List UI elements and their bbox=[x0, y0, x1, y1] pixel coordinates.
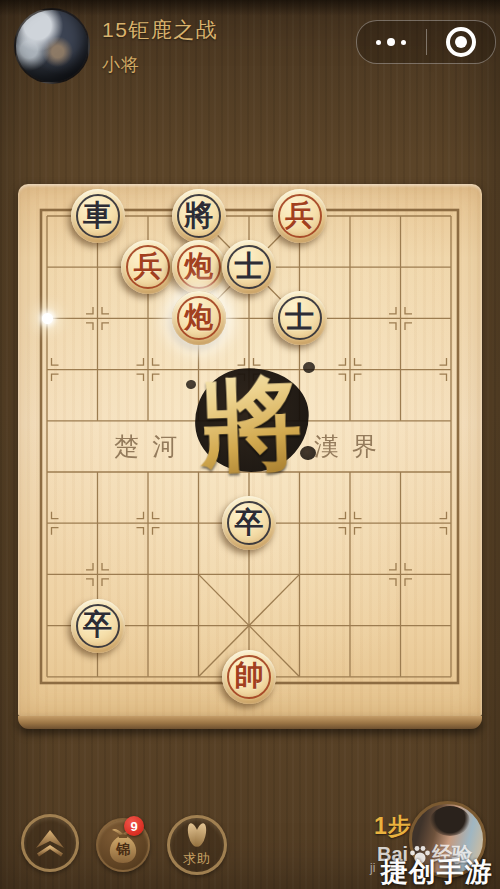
wechat-capsule bbox=[356, 20, 496, 64]
expand-menu-button[interactable] bbox=[21, 814, 79, 872]
target-icon bbox=[446, 27, 476, 57]
level-title: 15钜鹿之战 bbox=[102, 16, 218, 44]
close-miniprogram-button[interactable] bbox=[427, 21, 496, 63]
piece-character: 卒 bbox=[235, 508, 264, 537]
red-cannon[interactable]: 炮 bbox=[172, 291, 226, 345]
black-general[interactable]: 將 bbox=[172, 189, 226, 243]
xiangqi-board[interactable]: 楚河 漢界 將 車將兵兵炮士炮士卒卒帥 bbox=[18, 184, 482, 716]
ask-help-button[interactable]: 求助 bbox=[167, 815, 227, 875]
black-soldier[interactable]: 卒 bbox=[222, 496, 276, 550]
center-logo-general: 將 bbox=[168, 345, 333, 500]
black-advisor[interactable]: 士 bbox=[273, 291, 327, 345]
app-screen: 15钜鹿之战 小将 楚河 漢界 將 車將兵兵炮士炮士卒卒帥 bbox=[0, 0, 500, 889]
help-label: 求助 bbox=[183, 850, 211, 868]
piece-character: 士 bbox=[235, 252, 264, 281]
red-soldier[interactable]: 兵 bbox=[121, 240, 175, 294]
black-chariot[interactable]: 車 bbox=[71, 189, 125, 243]
piece-character: 卒 bbox=[83, 610, 112, 639]
black-soldier[interactable]: 卒 bbox=[71, 599, 125, 653]
level-rank: 小将 bbox=[102, 53, 218, 77]
piece-character: 士 bbox=[285, 303, 314, 332]
menu-dots-icon bbox=[376, 38, 406, 46]
last-move-origin-marker bbox=[42, 313, 53, 324]
board-bevel-edge bbox=[18, 716, 482, 729]
piece-character: 炮 bbox=[184, 303, 213, 332]
chevron-up-icon bbox=[34, 829, 66, 857]
red-cannon[interactable]: 炮 bbox=[172, 240, 226, 294]
black-advisor[interactable]: 士 bbox=[222, 240, 276, 294]
menu-button[interactable] bbox=[357, 21, 426, 63]
player-avatar bbox=[14, 8, 90, 84]
baidu-url-watermark: ji bbox=[370, 861, 375, 875]
svg-text:锦: 锦 bbox=[115, 841, 130, 857]
red-general[interactable]: 帥 bbox=[222, 650, 276, 704]
move-counter: 1步 bbox=[374, 811, 412, 842]
site-watermark: 捷创手游网 bbox=[381, 854, 500, 889]
piece-character: 兵 bbox=[134, 252, 163, 281]
piece-character: 將 bbox=[184, 201, 213, 230]
piece-character: 兵 bbox=[285, 201, 314, 230]
piece-character: 炮 bbox=[184, 252, 213, 281]
top-shadow bbox=[0, 0, 500, 16]
hint-count-badge: 9 bbox=[124, 816, 144, 836]
level-info: 15钜鹿之战 小将 bbox=[102, 16, 218, 77]
piece-character: 帥 bbox=[235, 661, 264, 690]
red-soldier[interactable]: 兵 bbox=[273, 189, 327, 243]
piece-character: 車 bbox=[83, 201, 112, 230]
praying-hands-icon bbox=[182, 823, 212, 849]
